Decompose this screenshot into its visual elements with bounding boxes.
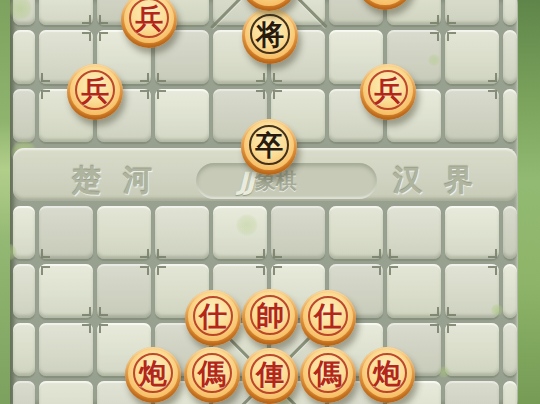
piece-red-advisor[interactable]: 仕: [185, 290, 241, 346]
piece-red-advisor[interactable]: 仕: [300, 290, 356, 346]
piece-character: 傌: [300, 348, 356, 400]
piece-red-soldier[interactable]: 兵: [360, 64, 416, 120]
piece-character: 兵: [67, 65, 123, 117]
pieces: 兵将兵兵卒仕帥仕炮傌俥傌炮: [0, 0, 540, 404]
piece-red-chariot[interactable]: 俥: [242, 348, 298, 404]
piece-character: 炮: [359, 348, 415, 400]
piece-red-cannon[interactable]: 炮: [125, 347, 181, 403]
piece-character: 傌: [184, 348, 240, 400]
piece-face: [360, 0, 410, 5]
piece-character: 炮: [125, 348, 181, 400]
piece-red-horse[interactable]: 傌: [300, 347, 356, 403]
piece-red-general[interactable]: 帥: [242, 289, 298, 345]
piece-character: 兵: [121, 0, 177, 45]
piece-red-cannon[interactable]: 炮: [359, 347, 415, 403]
piece-red-horse[interactable]: 傌: [184, 347, 240, 403]
piece-character: 卒: [241, 120, 297, 172]
piece-black-general[interactable]: 将: [242, 8, 298, 64]
piece-character: 兵: [360, 65, 416, 117]
piece-black-soldier[interactable]: 卒: [241, 119, 297, 175]
piece-red-soldier[interactable]: 兵: [67, 64, 123, 120]
xiangqi-game-screen: 楚河 JJ 象棋 汉界 兵将兵兵卒仕帥仕炮傌俥傌炮: [0, 0, 540, 404]
piece-character: 俥: [242, 349, 298, 401]
piece-unknown[interactable]: [357, 0, 413, 10]
piece-character: 将: [242, 9, 298, 61]
piece-character: 帥: [242, 290, 298, 342]
piece-face: [244, 0, 294, 6]
piece-character: 仕: [185, 291, 241, 343]
piece-character: 仕: [300, 291, 356, 343]
piece-red-soldier[interactable]: 兵: [121, 0, 177, 48]
